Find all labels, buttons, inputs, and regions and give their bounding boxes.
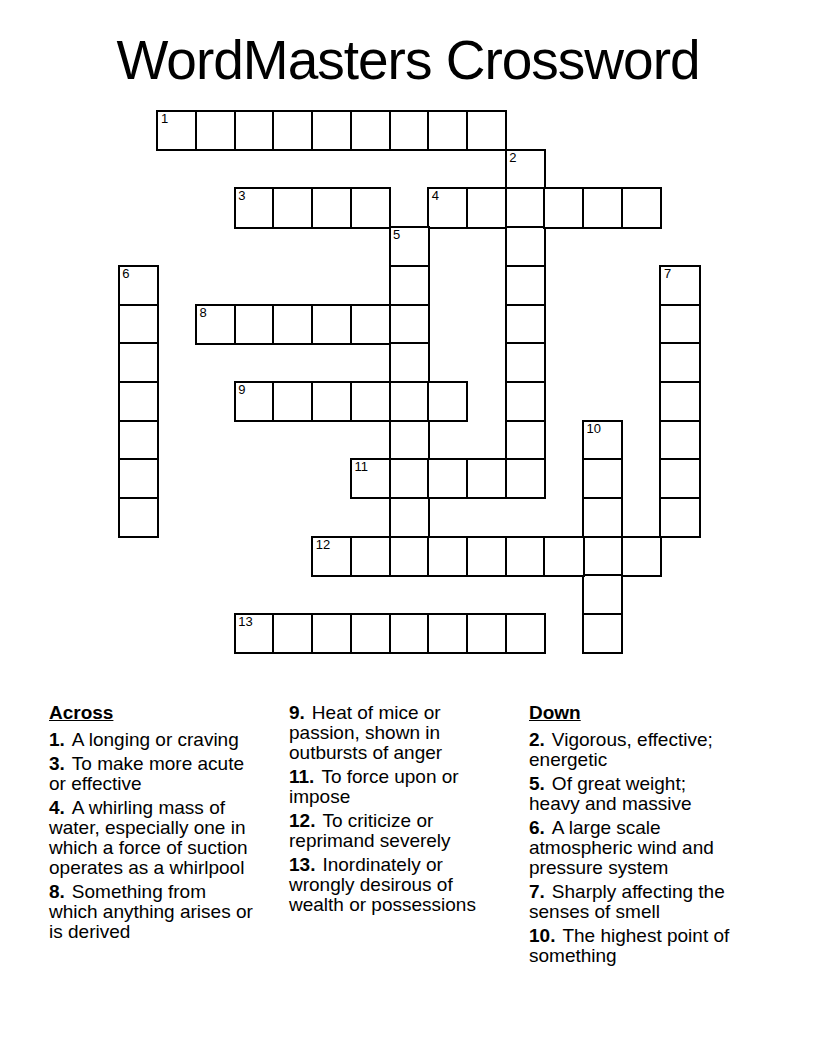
grid-cell[interactable] <box>505 420 546 461</box>
grid-cell[interactable] <box>582 574 623 615</box>
grid-cell[interactable] <box>505 304 546 345</box>
clue-across-9: 9.Heat of mice or passion, shown in outb… <box>289 703 525 763</box>
grid-cell[interactable] <box>350 381 391 422</box>
grid-cell[interactable] <box>582 458 623 499</box>
grid-cell[interactable]: 13 <box>234 613 275 654</box>
clue-text: To force upon or impose <box>289 766 459 807</box>
clue-number: 2. <box>529 729 545 750</box>
grid-cell[interactable] <box>466 458 507 499</box>
grid-cell[interactable]: 8 <box>195 304 236 345</box>
grid-cell[interactable]: 7 <box>659 265 700 306</box>
grid-cell[interactable] <box>427 458 468 499</box>
cell-number: 8 <box>200 306 207 320</box>
clue-across-3: 3.To make more acute or effective <box>49 754 285 794</box>
clue-number: 4. <box>49 797 65 818</box>
grid-cell[interactable] <box>389 613 430 654</box>
cell-number: 12 <box>316 538 330 552</box>
cell-number: 1 <box>161 112 168 126</box>
grid-cell[interactable]: 10 <box>582 420 623 461</box>
crossword-grid: 12345678910111213 <box>118 110 701 655</box>
grid-cell[interactable] <box>466 187 507 228</box>
down-heading: Down <box>529 703 765 723</box>
grid-cell[interactable] <box>543 187 584 228</box>
grid-cell[interactable] <box>659 420 700 461</box>
grid-cell[interactable] <box>582 187 623 228</box>
clue-number: 10. <box>529 925 555 946</box>
grid-cell[interactable] <box>505 613 546 654</box>
grid-cell[interactable] <box>118 304 159 345</box>
grid-cell[interactable] <box>195 110 236 151</box>
grid-cell[interactable] <box>118 342 159 383</box>
clue-text: A whirling mass of water, especially one… <box>49 797 248 878</box>
clue-text: A large scale atmospheric wind and press… <box>529 817 714 878</box>
grid-cell[interactable] <box>659 497 700 538</box>
grid-cell[interactable] <box>582 613 623 654</box>
grid-cell[interactable] <box>311 110 352 151</box>
clue-text: To make more acute or effective <box>49 753 244 794</box>
grid-cell[interactable] <box>543 536 584 577</box>
cell-number: 11 <box>354 460 368 474</box>
grid-cell[interactable]: 3 <box>234 187 275 228</box>
grid-cell[interactable] <box>389 110 430 151</box>
grid-cell[interactable] <box>389 458 430 499</box>
grid-cell[interactable] <box>311 381 352 422</box>
clue-number: 11. <box>289 766 314 787</box>
cell-number: 4 <box>432 189 439 203</box>
clue-down-2: 2.Vigorous, effective; energetic <box>529 730 765 770</box>
clue-number: 9. <box>289 702 305 723</box>
clue-number: 5. <box>529 773 545 794</box>
grid-cell[interactable] <box>389 342 430 383</box>
grid-cell[interactable] <box>659 381 700 422</box>
grid-cell[interactable] <box>582 536 623 577</box>
grid-cell[interactable] <box>389 304 430 345</box>
grid-cell[interactable] <box>621 536 662 577</box>
grid-cell[interactable] <box>505 226 546 267</box>
grid-cell[interactable] <box>466 110 507 151</box>
clue-down-5: 5.Of great weight; heavy and massive <box>529 774 765 814</box>
grid-cell[interactable] <box>505 342 546 383</box>
grid-cell[interactable] <box>118 420 159 461</box>
grid-cell[interactable] <box>659 342 700 383</box>
clue-number: 8. <box>49 881 65 902</box>
grid-cell[interactable]: 5 <box>389 226 430 267</box>
clue-text: The highest point of something <box>529 925 729 966</box>
clue-down-7: 7.Sharply affecting the senses of smell <box>529 882 765 922</box>
cell-number: 13 <box>238 615 252 629</box>
page-title: WordMasters Crossword <box>0 33 816 88</box>
grid-cell[interactable]: 1 <box>156 110 197 151</box>
grid-cell[interactable] <box>118 458 159 499</box>
grid-cell[interactable] <box>389 497 430 538</box>
grid-cell[interactable]: 2 <box>505 149 546 190</box>
grid-cell[interactable] <box>466 536 507 577</box>
grid-cell[interactable] <box>272 110 313 151</box>
clue-across-4: 4.A whirling mass of water, especially o… <box>49 798 285 878</box>
clue-across-11: 11.To force upon or impose <box>289 767 525 807</box>
across-heading: Across <box>49 703 285 723</box>
grid-cell[interactable] <box>659 458 700 499</box>
clue-number: 12. <box>289 810 315 831</box>
grid-cell[interactable] <box>350 304 391 345</box>
grid-cell[interactable]: 11 <box>350 458 391 499</box>
clue-number: 7. <box>529 881 545 902</box>
clue-across-1: 1.A longing or craving <box>49 730 285 750</box>
worksheet-page: WordMasters Crossword 12345678910111213 … <box>0 0 816 1056</box>
grid-cell[interactable] <box>311 613 352 654</box>
grid-cell[interactable] <box>427 381 468 422</box>
grid-cell[interactable] <box>389 381 430 422</box>
grid-cell[interactable] <box>505 381 546 422</box>
clue-across-8: 8.Something from which anything arises o… <box>49 882 285 942</box>
grid-cell[interactable] <box>118 381 159 422</box>
grid-cell[interactable] <box>234 110 275 151</box>
grid-cell[interactable] <box>272 304 313 345</box>
clue-number: 13. <box>289 854 315 875</box>
grid-cell[interactable] <box>350 613 391 654</box>
grid-cell[interactable] <box>350 536 391 577</box>
grid-cell[interactable] <box>582 497 623 538</box>
clue-number: 6. <box>529 817 545 838</box>
cell-number: 2 <box>509 151 516 165</box>
clue-number: 1. <box>49 729 65 750</box>
clue-text: Heat of mice or passion, shown in outbur… <box>289 702 442 763</box>
grid-cell[interactable] <box>118 497 159 538</box>
clue-text: A longing or craving <box>72 729 239 750</box>
cell-number: 3 <box>238 189 245 203</box>
grid-cell[interactable] <box>272 381 313 422</box>
clue-down-6: 6.A large scale atmospheric wind and pre… <box>529 818 765 878</box>
grid-cell[interactable] <box>505 458 546 499</box>
cell-number: 6 <box>122 267 129 281</box>
clue-number: 3. <box>49 753 65 774</box>
grid-cell[interactable] <box>272 187 313 228</box>
grid-cell[interactable]: 9 <box>234 381 275 422</box>
grid-cell[interactable] <box>389 536 430 577</box>
clue-text: Vigorous, effective; energetic <box>529 729 713 770</box>
grid-cell[interactable] <box>350 110 391 151</box>
cell-number: 9 <box>238 383 245 397</box>
grid-cell[interactable] <box>427 613 468 654</box>
grid-cell[interactable] <box>427 536 468 577</box>
cell-number: 5 <box>393 228 400 242</box>
grid-cell[interactable]: 12 <box>311 536 352 577</box>
grid-cell[interactable] <box>389 420 430 461</box>
grid-cell[interactable] <box>272 613 313 654</box>
grid-cell[interactable] <box>505 187 546 228</box>
grid-cell[interactable] <box>659 304 700 345</box>
clues-column-1: Across 1.A longing or craving 3.To make … <box>49 703 285 946</box>
cell-number: 7 <box>664 267 671 281</box>
grid-cell[interactable] <box>505 536 546 577</box>
clue-text: Inordinately or wrongly desirous of weal… <box>289 854 476 915</box>
clue-across-12: 12.To criticize or reprimand severely <box>289 811 525 851</box>
grid-cell[interactable] <box>311 187 352 228</box>
clue-across-13: 13.Inordinately or wrongly desirous of w… <box>289 855 525 915</box>
clue-text: Of great weight; heavy and massive <box>529 773 692 814</box>
grid-cell[interactable]: 6 <box>118 265 159 306</box>
clue-text: Sharply affecting the senses of smell <box>529 881 725 922</box>
grid-cell[interactable] <box>389 265 430 306</box>
grid-cell[interactable] <box>621 187 662 228</box>
clue-down-10: 10.The highest point of something <box>529 926 765 966</box>
clues-column-3: Down 2.Vigorous, effective; energetic 5.… <box>529 703 765 970</box>
clue-text: Something from which anything arises or … <box>49 881 253 942</box>
grid-cell[interactable] <box>234 304 275 345</box>
grid-cell[interactable]: 4 <box>427 187 468 228</box>
grid-cell[interactable] <box>427 110 468 151</box>
cell-number: 10 <box>587 422 601 436</box>
grid-cell[interactable] <box>311 304 352 345</box>
grid-cell[interactable] <box>350 187 391 228</box>
clues-column-2: 9.Heat of mice or passion, shown in outb… <box>289 703 525 919</box>
grid-cell[interactable] <box>466 613 507 654</box>
grid-cell[interactable] <box>505 265 546 306</box>
